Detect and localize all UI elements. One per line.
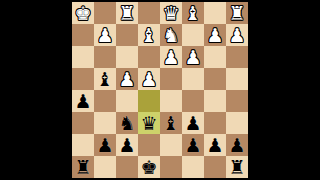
square-a1[interactable]: ♜ bbox=[226, 2, 248, 24]
app-canvas: ♚♜♛♝♜♟♝♞♟♟♟♟♝♟♟♟♞♛♝♟♟♟♟♟♟♜♚♜ bbox=[0, 0, 320, 180]
square-b6[interactable] bbox=[204, 112, 226, 134]
square-a2[interactable]: ♟ bbox=[226, 24, 248, 46]
square-c4[interactable] bbox=[182, 68, 204, 90]
piece-black-king[interactable]: ♚ bbox=[138, 156, 160, 178]
piece-black-queen[interactable]: ♛ bbox=[138, 112, 160, 134]
square-c8[interactable] bbox=[182, 156, 204, 178]
square-f8[interactable] bbox=[116, 156, 138, 178]
square-d2[interactable]: ♞ bbox=[160, 24, 182, 46]
square-c6[interactable]: ♟ bbox=[182, 112, 204, 134]
piece-white-knight[interactable]: ♞ bbox=[160, 24, 182, 46]
square-b5[interactable] bbox=[204, 90, 226, 112]
square-b3[interactable] bbox=[204, 46, 226, 68]
piece-white-queen[interactable]: ♛ bbox=[160, 2, 182, 24]
square-e5[interactable] bbox=[138, 90, 160, 112]
square-c5[interactable] bbox=[182, 90, 204, 112]
square-c7[interactable]: ♟ bbox=[182, 134, 204, 156]
piece-black-bishop[interactable]: ♝ bbox=[94, 68, 116, 90]
square-e1[interactable] bbox=[138, 2, 160, 24]
square-d1[interactable]: ♛ bbox=[160, 2, 182, 24]
square-e7[interactable] bbox=[138, 134, 160, 156]
chess-board: ♚♜♛♝♜♟♝♞♟♟♟♟♝♟♟♟♞♛♝♟♟♟♟♟♟♜♚♜ bbox=[72, 2, 248, 178]
square-a8[interactable]: ♜ bbox=[226, 156, 248, 178]
square-a6[interactable] bbox=[226, 112, 248, 134]
square-c3[interactable]: ♟ bbox=[182, 46, 204, 68]
piece-white-pawn[interactable]: ♟ bbox=[182, 46, 204, 68]
square-b4[interactable] bbox=[204, 68, 226, 90]
square-f7[interactable]: ♟ bbox=[116, 134, 138, 156]
square-h6[interactable] bbox=[72, 112, 94, 134]
square-h5[interactable]: ♟ bbox=[72, 90, 94, 112]
square-g2[interactable]: ♟ bbox=[94, 24, 116, 46]
letterbox-left bbox=[0, 0, 72, 180]
piece-white-bishop[interactable]: ♝ bbox=[182, 2, 204, 24]
square-g4[interactable]: ♝ bbox=[94, 68, 116, 90]
square-h4[interactable] bbox=[72, 68, 94, 90]
square-d7[interactable] bbox=[160, 134, 182, 156]
square-e4[interactable]: ♟ bbox=[138, 68, 160, 90]
piece-white-king[interactable]: ♚ bbox=[72, 2, 94, 24]
piece-white-pawn[interactable]: ♟ bbox=[138, 68, 160, 90]
piece-black-pawn[interactable]: ♟ bbox=[116, 134, 138, 156]
square-h8[interactable]: ♜ bbox=[72, 156, 94, 178]
square-h2[interactable] bbox=[72, 24, 94, 46]
square-g8[interactable] bbox=[94, 156, 116, 178]
square-g1[interactable] bbox=[94, 2, 116, 24]
piece-white-pawn[interactable]: ♟ bbox=[94, 24, 116, 46]
square-g3[interactable] bbox=[94, 46, 116, 68]
square-h3[interactable] bbox=[72, 46, 94, 68]
piece-black-pawn[interactable]: ♟ bbox=[94, 134, 116, 156]
piece-white-pawn[interactable]: ♟ bbox=[160, 46, 182, 68]
square-a7[interactable]: ♟ bbox=[226, 134, 248, 156]
square-f4[interactable]: ♟ bbox=[116, 68, 138, 90]
square-f3[interactable] bbox=[116, 46, 138, 68]
square-c1[interactable]: ♝ bbox=[182, 2, 204, 24]
square-f6[interactable]: ♞ bbox=[116, 112, 138, 134]
square-h1[interactable]: ♚ bbox=[72, 2, 94, 24]
square-f1[interactable]: ♜ bbox=[116, 2, 138, 24]
square-e3[interactable] bbox=[138, 46, 160, 68]
piece-black-bishop[interactable]: ♝ bbox=[160, 112, 182, 134]
square-h7[interactable] bbox=[72, 134, 94, 156]
square-b2[interactable]: ♟ bbox=[204, 24, 226, 46]
piece-white-rook[interactable]: ♜ bbox=[116, 2, 138, 24]
square-e8[interactable]: ♚ bbox=[138, 156, 160, 178]
square-g6[interactable] bbox=[94, 112, 116, 134]
piece-white-pawn[interactable]: ♟ bbox=[204, 24, 226, 46]
square-e6[interactable]: ♛ bbox=[138, 112, 160, 134]
square-d8[interactable] bbox=[160, 156, 182, 178]
piece-white-pawn[interactable]: ♟ bbox=[116, 68, 138, 90]
square-d3[interactable]: ♟ bbox=[160, 46, 182, 68]
piece-black-pawn[interactable]: ♟ bbox=[72, 90, 94, 112]
square-b7[interactable]: ♟ bbox=[204, 134, 226, 156]
piece-white-pawn[interactable]: ♟ bbox=[226, 24, 248, 46]
square-f2[interactable] bbox=[116, 24, 138, 46]
piece-white-bishop[interactable]: ♝ bbox=[138, 24, 160, 46]
square-d6[interactable]: ♝ bbox=[160, 112, 182, 134]
square-a4[interactable] bbox=[226, 68, 248, 90]
square-a5[interactable] bbox=[226, 90, 248, 112]
square-a3[interactable] bbox=[226, 46, 248, 68]
piece-black-rook[interactable]: ♜ bbox=[226, 156, 248, 178]
square-g7[interactable]: ♟ bbox=[94, 134, 116, 156]
square-b8[interactable] bbox=[204, 156, 226, 178]
square-d4[interactable] bbox=[160, 68, 182, 90]
square-e2[interactable]: ♝ bbox=[138, 24, 160, 46]
square-g5[interactable] bbox=[94, 90, 116, 112]
square-d5[interactable] bbox=[160, 90, 182, 112]
square-c2[interactable] bbox=[182, 24, 204, 46]
piece-black-knight[interactable]: ♞ bbox=[116, 112, 138, 134]
square-f5[interactable] bbox=[116, 90, 138, 112]
piece-black-pawn[interactable]: ♟ bbox=[204, 134, 226, 156]
piece-white-rook[interactable]: ♜ bbox=[226, 2, 248, 24]
piece-black-rook[interactable]: ♜ bbox=[72, 156, 94, 178]
piece-black-pawn[interactable]: ♟ bbox=[182, 134, 204, 156]
piece-black-pawn[interactable]: ♟ bbox=[226, 134, 248, 156]
square-b1[interactable] bbox=[204, 2, 226, 24]
piece-black-pawn[interactable]: ♟ bbox=[182, 112, 204, 134]
letterbox-right bbox=[248, 0, 320, 180]
